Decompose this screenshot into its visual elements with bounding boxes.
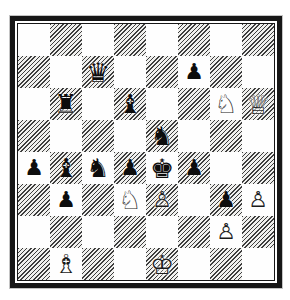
square-h1	[242, 248, 274, 280]
white-king-e1: ♔	[150, 251, 174, 278]
white-pawn-g2: ♙	[216, 221, 236, 243]
square-h4	[242, 152, 274, 184]
square-e7	[146, 56, 178, 88]
square-f4: ♟	[178, 152, 210, 184]
square-b5	[50, 120, 82, 152]
square-d8	[114, 24, 146, 56]
square-h5	[242, 120, 274, 152]
square-d6: ♝	[114, 88, 146, 120]
black-pawn-g3: ♟	[216, 189, 236, 211]
square-h8	[242, 24, 274, 56]
square-e4: ♚	[146, 152, 178, 184]
black-rook-b6: ♜	[54, 91, 77, 117]
square-g2: ♙	[210, 216, 242, 248]
white-pawn-h3: ♙	[248, 189, 268, 211]
square-d1	[114, 248, 146, 280]
white-knight-g6: ♘	[214, 91, 237, 117]
square-a7	[18, 56, 50, 88]
white-knight-d3: ♘	[118, 187, 141, 213]
square-e5: ♞	[146, 120, 178, 152]
square-a8	[18, 24, 50, 56]
square-b8	[50, 24, 82, 56]
square-e8	[146, 24, 178, 56]
square-d2	[114, 216, 146, 248]
square-d3: ♘	[114, 184, 146, 216]
square-c3	[82, 184, 114, 216]
chess-board-frame: ♛♟♜♝♘♕♞♟♝♞♟♚♟♟♘♙♟♙♙♗♔	[10, 16, 282, 288]
white-bishop-b1: ♗	[54, 251, 77, 277]
square-g7	[210, 56, 242, 88]
square-f1	[178, 248, 210, 280]
square-d5	[114, 120, 146, 152]
square-c1	[82, 248, 114, 280]
white-queen-h6: ♕	[246, 91, 270, 118]
square-c5	[82, 120, 114, 152]
black-king-e4: ♚	[150, 155, 174, 182]
square-a1	[18, 248, 50, 280]
square-f7: ♟	[178, 56, 210, 88]
black-pawn-a4: ♟	[24, 157, 44, 179]
black-bishop-d6: ♝	[118, 91, 141, 117]
square-a2	[18, 216, 50, 248]
square-d4: ♟	[114, 152, 146, 184]
square-b3: ♟	[50, 184, 82, 216]
square-f8	[178, 24, 210, 56]
black-bishop-b4: ♝	[54, 155, 77, 181]
square-b6: ♜	[50, 88, 82, 120]
square-b2	[50, 216, 82, 248]
square-b1: ♗	[50, 248, 82, 280]
black-pawn-b3: ♟	[56, 189, 76, 211]
square-e6	[146, 88, 178, 120]
square-h6: ♕	[242, 88, 274, 120]
square-b7	[50, 56, 82, 88]
square-h2	[242, 216, 274, 248]
square-c7: ♛	[82, 56, 114, 88]
square-e2	[146, 216, 178, 248]
square-c4: ♞	[82, 152, 114, 184]
square-g4	[210, 152, 242, 184]
square-h3: ♙	[242, 184, 274, 216]
white-pawn-e3: ♙	[152, 189, 172, 211]
square-g1	[210, 248, 242, 280]
square-f5	[178, 120, 210, 152]
square-h7	[242, 56, 274, 88]
square-b4: ♝	[50, 152, 82, 184]
black-knight-e5: ♞	[150, 123, 173, 149]
page: ♛♟♜♝♘♕♞♟♝♞♟♚♟♟♘♙♟♙♙♗♔	[0, 0, 290, 300]
square-d7	[114, 56, 146, 88]
black-queen-c7: ♛	[86, 59, 110, 86]
square-c8	[82, 24, 114, 56]
square-f3	[178, 184, 210, 216]
square-a5	[18, 120, 50, 152]
black-pawn-f7: ♟	[184, 61, 204, 83]
chess-board: ♛♟♜♝♘♕♞♟♝♞♟♚♟♟♘♙♟♙♙♗♔	[17, 23, 275, 281]
black-pawn-d4: ♟	[120, 157, 140, 179]
square-a6	[18, 88, 50, 120]
square-c6	[82, 88, 114, 120]
square-e1: ♔	[146, 248, 178, 280]
square-g8	[210, 24, 242, 56]
square-a3	[18, 184, 50, 216]
square-g5	[210, 120, 242, 152]
square-f2	[178, 216, 210, 248]
black-knight-c4: ♞	[86, 155, 109, 181]
square-f6	[178, 88, 210, 120]
square-g3: ♟	[210, 184, 242, 216]
square-a4: ♟	[18, 152, 50, 184]
square-g6: ♘	[210, 88, 242, 120]
square-c2	[82, 216, 114, 248]
black-pawn-f4: ♟	[184, 157, 204, 179]
square-e3: ♙	[146, 184, 178, 216]
